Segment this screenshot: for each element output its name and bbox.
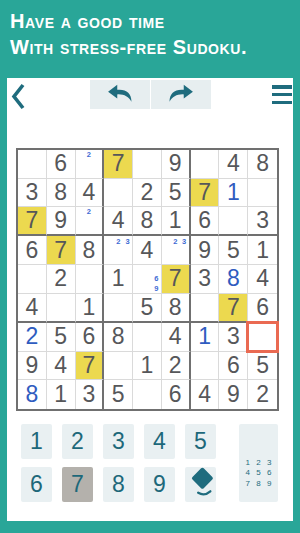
cell-r2c9[interactable] <box>248 179 277 208</box>
numpad-3-button[interactable]: 3 <box>103 424 134 459</box>
cell-r9c8[interactable]: 9 <box>219 380 248 409</box>
cell-r3c1[interactable]: 7 <box>18 207 47 236</box>
cell-r5c2[interactable]: 2 <box>47 265 76 294</box>
cell-r9c6[interactable]: 6 <box>162 380 191 409</box>
cell-r3c6[interactable]: 1 <box>162 207 191 236</box>
cell-r8c4[interactable] <box>104 352 133 381</box>
cell-r4c6[interactable]: 23 <box>162 236 191 265</box>
cell-r8c8[interactable]: 6 <box>219 352 248 381</box>
hamburger-menu-icon <box>272 85 292 89</box>
app-panel: 6279483842571792481636782342395121697384… <box>7 78 293 521</box>
cell-r6c3[interactable]: 1 <box>76 294 105 323</box>
cell-r9c4[interactable]: 5 <box>104 380 133 409</box>
cell-r4c3[interactable]: 8 <box>76 236 105 265</box>
cell-r3c4[interactable]: 4 <box>104 207 133 236</box>
cell-r1c8[interactable]: 4 <box>219 150 248 179</box>
cell-r2c3[interactable]: 4 <box>76 179 105 208</box>
numpad-1-button[interactable]: 1 <box>21 424 52 459</box>
cell-r4c1[interactable]: 6 <box>18 236 47 265</box>
cell-r3c9[interactable]: 3 <box>248 207 277 236</box>
cell-r6c2[interactable] <box>47 294 76 323</box>
cell-r5c1[interactable] <box>18 265 47 294</box>
header: Have a good time With stress-free Sudoku… <box>0 0 300 60</box>
cell-r7c2[interactable]: 5 <box>47 323 76 352</box>
pencil-pad-row1: 1 2 3 <box>246 458 272 469</box>
cell-r6c5[interactable]: 5 <box>133 294 162 323</box>
cell-r6c4[interactable] <box>104 294 133 323</box>
cell-r1c4[interactable]: 7 <box>104 150 133 179</box>
cell-r1c3[interactable]: 2 <box>76 150 105 179</box>
cell-r4c8[interactable]: 5 <box>219 236 248 265</box>
cell-r5c3[interactable] <box>76 265 105 294</box>
cell-r2c8[interactable]: 1 <box>219 179 248 208</box>
cell-r9c1[interactable]: 8 <box>18 380 47 409</box>
numpad-4-button[interactable]: 4 <box>144 424 175 459</box>
cell-r9c9[interactable]: 2 <box>248 380 277 409</box>
cell-r7c9[interactable] <box>248 323 277 352</box>
cell-r7c7[interactable]: 1 <box>191 323 220 352</box>
numpad-row-1: 12345 <box>21 424 216 459</box>
cell-r7c1[interactable]: 2 <box>18 323 47 352</box>
numpad-8-button[interactable]: 8 <box>103 467 134 502</box>
numpad-row-2: 6789 <box>21 467 216 502</box>
cell-r6c6[interactable]: 8 <box>162 294 191 323</box>
cell-r5c8[interactable]: 8 <box>219 265 248 294</box>
cell-r4c2[interactable]: 7 <box>47 236 76 265</box>
cell-r8c5[interactable]: 1 <box>133 352 162 381</box>
pencil-pad-row3: 7 8 9 <box>246 479 272 490</box>
redo-icon <box>165 82 197 107</box>
numpad-5-button[interactable]: 5 <box>185 424 216 459</box>
cell-r4c7[interactable]: 9 <box>191 236 220 265</box>
cell-r2c6[interactable]: 5 <box>162 179 191 208</box>
back-button[interactable] <box>8 84 28 112</box>
cell-r7c8[interactable]: 3 <box>219 323 248 352</box>
cell-r8c9[interactable]: 5 <box>248 352 277 381</box>
menu-button[interactable] <box>272 85 292 104</box>
cell-r6c9[interactable]: 6 <box>248 294 277 323</box>
cell-r3c7[interactable]: 6 <box>191 207 220 236</box>
cell-r1c6[interactable]: 9 <box>162 150 191 179</box>
cell-r2c5[interactable]: 2 <box>133 179 162 208</box>
cell-r3c2[interactable]: 9 <box>47 207 76 236</box>
cell-r8c3[interactable]: 7 <box>76 352 105 381</box>
pencil-marks: 23 <box>104 236 132 264</box>
cell-r7c4[interactable]: 8 <box>104 323 133 352</box>
cell-r1c9[interactable]: 8 <box>248 150 277 179</box>
cell-r4c9[interactable]: 1 <box>248 236 277 265</box>
cell-r1c2[interactable]: 6 <box>47 150 76 179</box>
cell-r9c5[interactable] <box>133 380 162 409</box>
header-title-line2: With stress-free Sudoku. <box>10 34 294 60</box>
eraser-button[interactable] <box>185 467 216 502</box>
cell-r2c4[interactable] <box>104 179 133 208</box>
sudoku-board: 6279483842571792481636782342395121697384… <box>16 148 279 411</box>
cell-r9c7[interactable]: 4 <box>191 380 220 409</box>
cell-r9c3[interactable]: 3 <box>76 380 105 409</box>
undo-icon <box>104 82 136 107</box>
cell-r7c6[interactable]: 4 <box>162 323 191 352</box>
header-title-line1: Have a good time <box>10 8 294 34</box>
chevron-left-icon <box>11 83 26 113</box>
cell-r5c5[interactable]: 69 <box>133 265 162 294</box>
eraser-icon <box>187 466 215 503</box>
pencil-pad-button[interactable]: 1 2 3 4 5 6 7 8 9 <box>239 424 278 502</box>
cell-r6c7[interactable] <box>191 294 220 323</box>
pencil-marks: 23 <box>162 236 189 264</box>
cell-r7c3[interactable]: 6 <box>76 323 105 352</box>
cell-r8c7[interactable] <box>191 352 220 381</box>
cell-r2c1[interactable]: 3 <box>18 179 47 208</box>
cell-r8c1[interactable]: 9 <box>18 352 47 381</box>
pencil-marks: 69 <box>133 265 161 293</box>
cell-r5c9[interactable]: 4 <box>248 265 277 294</box>
redo-button[interactable] <box>151 80 211 109</box>
cell-r9c2[interactable]: 1 <box>47 380 76 409</box>
cell-r6c8[interactable]: 7 <box>219 294 248 323</box>
undo-redo-group <box>90 80 211 109</box>
pencil-pad-row2: 4 5 6 <box>246 468 272 479</box>
numpad-6-button[interactable]: 6 <box>21 467 52 502</box>
pencil-marks: 2 <box>76 207 103 234</box>
pencil-marks: 2 <box>76 150 103 178</box>
numpad-7-button[interactable]: 7 <box>62 467 93 502</box>
cell-r5c6[interactable]: 7 <box>162 265 191 294</box>
undo-button[interactable] <box>90 80 150 109</box>
cell-r5c4[interactable]: 1 <box>104 265 133 294</box>
cell-r8c6[interactable]: 2 <box>162 352 191 381</box>
cell-r3c5[interactable]: 8 <box>133 207 162 236</box>
numpad-2-button[interactable]: 2 <box>62 424 93 459</box>
cell-r2c2[interactable]: 8 <box>47 179 76 208</box>
cell-r3c8[interactable] <box>219 207 248 236</box>
cell-r6c1[interactable]: 4 <box>18 294 47 323</box>
cell-r7c5[interactable] <box>133 323 162 352</box>
cell-r3c3[interactable]: 2 <box>76 207 105 236</box>
cell-r1c5[interactable] <box>133 150 162 179</box>
cell-r1c7[interactable] <box>191 150 220 179</box>
numpad-9-button[interactable]: 9 <box>144 467 175 502</box>
cell-r1c1[interactable] <box>18 150 47 179</box>
cell-r4c5[interactable]: 4 <box>133 236 162 265</box>
cell-r8c2[interactable]: 4 <box>47 352 76 381</box>
cell-r4c4[interactable]: 23 <box>104 236 133 265</box>
cell-r5c7[interactable]: 3 <box>191 265 220 294</box>
cell-r2c7[interactable]: 7 <box>191 179 220 208</box>
